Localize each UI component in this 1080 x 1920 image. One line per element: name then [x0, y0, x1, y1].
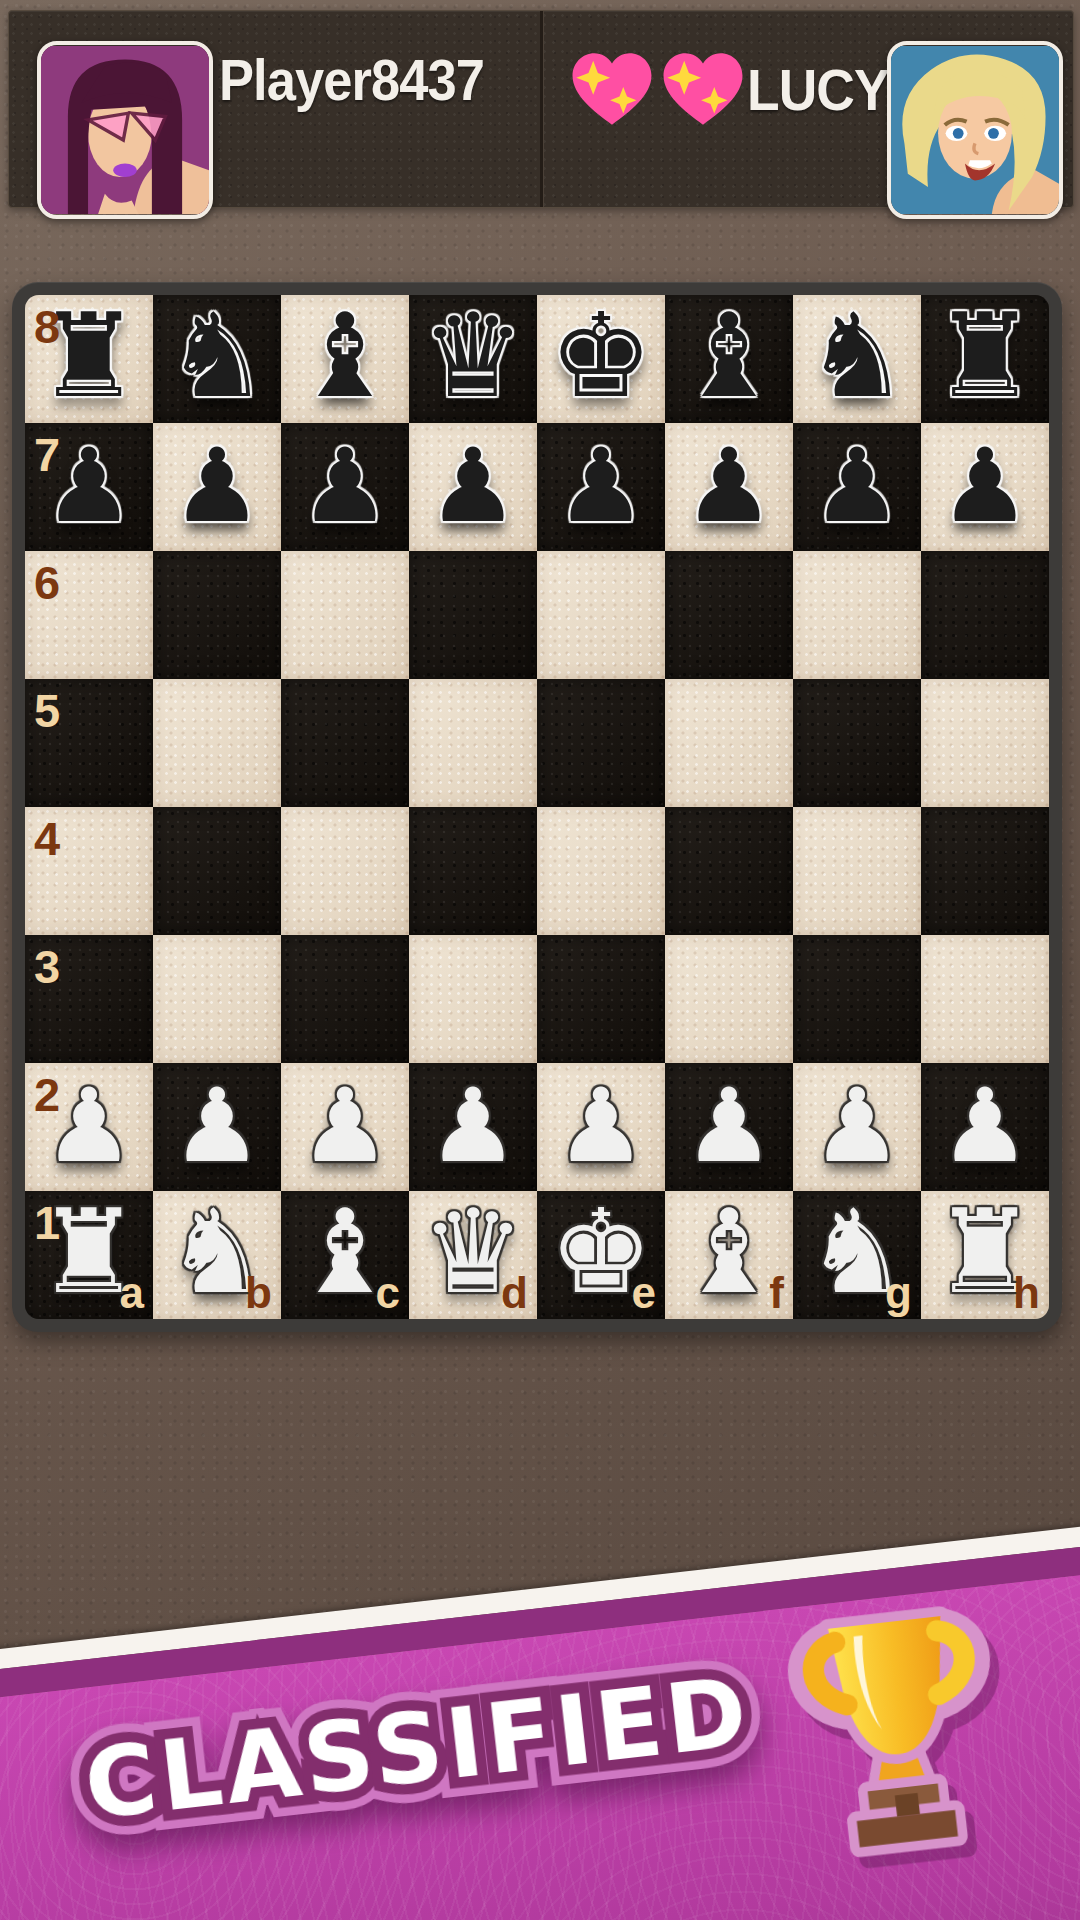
- black-pawn-g7: ♟: [811, 435, 902, 537]
- file-label-d: d: [501, 1271, 528, 1315]
- square-e2[interactable]: ♟: [537, 1063, 665, 1191]
- white-pawn-c2: ♟: [299, 1075, 390, 1177]
- square-f6[interactable]: [665, 551, 793, 679]
- square-a5[interactable]: 5: [25, 679, 153, 807]
- classified-label: CLASSIFIED CLASSIFIED CLASSIFIED: [79, 1729, 95, 1868]
- square-a8[interactable]: 8♜: [25, 295, 153, 423]
- sparkling-heart-icon: [565, 42, 659, 136]
- square-h5[interactable]: [921, 679, 1049, 807]
- player1-name: Player8437: [219, 47, 484, 113]
- black-pawn-c7: ♟: [299, 435, 390, 537]
- rank-label-4: 4: [34, 815, 60, 862]
- square-d2[interactable]: ♟: [409, 1063, 537, 1191]
- square-a2[interactable]: 2♟: [25, 1063, 153, 1191]
- square-b4[interactable]: [153, 807, 281, 935]
- square-b2[interactable]: ♟: [153, 1063, 281, 1191]
- match-header: Player8437 LUCY: [8, 10, 1074, 208]
- square-h6[interactable]: [921, 551, 1049, 679]
- classified-banner: CLASSIFIED CLASSIFIED CLASSIFIED: [0, 1501, 1080, 1920]
- file-label-e: e: [632, 1271, 656, 1315]
- square-a3[interactable]: 3: [25, 935, 153, 1063]
- white-pawn-h2: ♟: [939, 1075, 1030, 1177]
- square-h1[interactable]: h♜: [921, 1191, 1049, 1319]
- black-pawn-e7: ♟: [555, 435, 646, 537]
- square-e7[interactable]: ♟: [537, 423, 665, 551]
- black-queen-d8: ♛: [421, 298, 525, 414]
- square-g3[interactable]: [793, 935, 921, 1063]
- black-knight-g8: ♞: [805, 298, 909, 414]
- square-b3[interactable]: [153, 935, 281, 1063]
- file-label-g: g: [885, 1271, 912, 1315]
- rank-label-7: 7: [34, 431, 60, 478]
- square-e5[interactable]: [537, 679, 665, 807]
- square-a4[interactable]: 4: [25, 807, 153, 935]
- square-f4[interactable]: [665, 807, 793, 935]
- white-pawn-b2: ♟: [171, 1075, 262, 1177]
- square-g8[interactable]: ♞: [793, 295, 921, 423]
- square-d6[interactable]: [409, 551, 537, 679]
- square-g4[interactable]: [793, 807, 921, 935]
- square-e4[interactable]: [537, 807, 665, 935]
- square-d8[interactable]: ♛: [409, 295, 537, 423]
- square-c8[interactable]: ♝: [281, 295, 409, 423]
- square-d4[interactable]: [409, 807, 537, 935]
- player2-avatar-image: [891, 45, 1059, 215]
- square-c6[interactable]: [281, 551, 409, 679]
- square-h3[interactable]: [921, 935, 1049, 1063]
- square-f1[interactable]: f♝: [665, 1191, 793, 1319]
- black-knight-b8: ♞: [165, 298, 269, 414]
- file-label-f: f: [769, 1271, 784, 1315]
- square-f7[interactable]: ♟: [665, 423, 793, 551]
- square-e6[interactable]: [537, 551, 665, 679]
- square-d5[interactable]: [409, 679, 537, 807]
- trophy-icon: [777, 1592, 1016, 1864]
- white-bishop-f1: ♝: [677, 1194, 781, 1310]
- square-e1[interactable]: e♚: [537, 1191, 665, 1319]
- black-king-e8: ♚: [549, 298, 653, 414]
- square-f8[interactable]: ♝: [665, 295, 793, 423]
- square-b5[interactable]: [153, 679, 281, 807]
- square-d7[interactable]: ♟: [409, 423, 537, 551]
- board-grid: 8♜♞♝♛♚♝♞♜7♟♟♟♟♟♟♟♟65432♟♟♟♟♟♟♟♟1a♜b♞c♝d♛…: [25, 295, 1049, 1319]
- square-g7[interactable]: ♟: [793, 423, 921, 551]
- rank-label-8: 8: [34, 303, 60, 350]
- square-h2[interactable]: ♟: [921, 1063, 1049, 1191]
- chess-match-screen: { "game": "chess", "position": "rnbqkbnr…: [0, 0, 1080, 1920]
- black-bishop-f8: ♝: [677, 298, 781, 414]
- square-h4[interactable]: [921, 807, 1049, 935]
- square-b6[interactable]: [153, 551, 281, 679]
- black-bishop-c8: ♝: [293, 298, 397, 414]
- square-h7[interactable]: ♟: [921, 423, 1049, 551]
- square-b1[interactable]: b♞: [153, 1191, 281, 1319]
- square-g2[interactable]: ♟: [793, 1063, 921, 1191]
- square-c2[interactable]: ♟: [281, 1063, 409, 1191]
- square-g5[interactable]: [793, 679, 921, 807]
- square-b7[interactable]: ♟: [153, 423, 281, 551]
- square-f3[interactable]: [665, 935, 793, 1063]
- square-c1[interactable]: c♝: [281, 1191, 409, 1319]
- file-label-c: c: [376, 1271, 400, 1315]
- square-e3[interactable]: [537, 935, 665, 1063]
- white-pawn-f2: ♟: [683, 1075, 774, 1177]
- black-pawn-b7: ♟: [171, 435, 262, 537]
- square-g1[interactable]: g♞: [793, 1191, 921, 1319]
- rank-label-3: 3: [34, 943, 60, 990]
- square-a7[interactable]: 7♟: [25, 423, 153, 551]
- player1-avatar-image: [41, 45, 209, 215]
- square-c3[interactable]: [281, 935, 409, 1063]
- white-pawn-e2: ♟: [555, 1075, 646, 1177]
- black-pawn-d7: ♟: [427, 435, 518, 537]
- square-d1[interactable]: d♛: [409, 1191, 537, 1319]
- player2-avatar[interactable]: [887, 41, 1063, 219]
- chess-board: 8♜♞♝♛♚♝♞♜7♟♟♟♟♟♟♟♟65432♟♟♟♟♟♟♟♟1a♜b♞c♝d♛…: [12, 282, 1062, 1332]
- file-label-b: b: [245, 1271, 272, 1315]
- white-pawn-d2: ♟: [427, 1075, 518, 1177]
- square-d3[interactable]: [409, 935, 537, 1063]
- square-g6[interactable]: [793, 551, 921, 679]
- square-a1[interactable]: 1a♜: [25, 1191, 153, 1319]
- square-f2[interactable]: ♟: [665, 1063, 793, 1191]
- rank-label-5: 5: [34, 687, 60, 734]
- square-f5[interactable]: [665, 679, 793, 807]
- square-c5[interactable]: [281, 679, 409, 807]
- rank-label-6: 6: [34, 559, 60, 606]
- square-a6[interactable]: 6: [25, 551, 153, 679]
- rank-label-2: 2: [34, 1071, 60, 1118]
- square-c4[interactable]: [281, 807, 409, 935]
- black-pawn-f7: ♟: [683, 435, 774, 537]
- black-rook-h8: ♜: [933, 298, 1037, 414]
- square-b8[interactable]: ♞: [153, 295, 281, 423]
- player2-name: LUCY: [747, 56, 889, 123]
- rank-label-1: 1: [34, 1199, 60, 1246]
- header-divider: [540, 11, 543, 207]
- square-e8[interactable]: ♚: [537, 295, 665, 423]
- black-pawn-h7: ♟: [939, 435, 1030, 537]
- square-h8[interactable]: ♜: [921, 295, 1049, 423]
- file-label-h: h: [1013, 1271, 1040, 1315]
- square-c7[interactable]: ♟: [281, 423, 409, 551]
- player1-avatar[interactable]: [37, 41, 213, 219]
- file-label-a: a: [120, 1271, 144, 1315]
- white-pawn-g2: ♟: [811, 1075, 902, 1177]
- sparkling-heart-icon: [656, 42, 750, 136]
